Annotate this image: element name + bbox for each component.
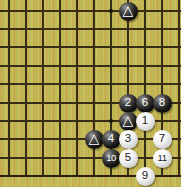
grid-vline bbox=[59, 0, 61, 177]
move-number: 4 bbox=[108, 133, 114, 145]
stone-white-11: 11 bbox=[153, 149, 172, 168]
grid-hline bbox=[0, 28, 181, 30]
grid-vline bbox=[76, 0, 78, 177]
move-number: 7 bbox=[159, 133, 165, 145]
stone-black-triangle: △ bbox=[85, 130, 104, 149]
move-number: 2 bbox=[125, 97, 131, 109]
triangle-mark-icon: △ bbox=[123, 113, 134, 127]
stone-black-8: 8 bbox=[153, 94, 172, 113]
grid-vline bbox=[144, 0, 146, 177]
star-point bbox=[109, 9, 113, 13]
stone-black-10: 10 bbox=[102, 149, 121, 168]
grid-hline bbox=[0, 46, 181, 48]
grid-vline bbox=[93, 0, 95, 177]
move-number: 8 bbox=[159, 97, 165, 109]
stone-white-5: 5 bbox=[119, 149, 138, 168]
grid-hline bbox=[0, 65, 181, 67]
grid-vline bbox=[25, 0, 27, 177]
grid-hline bbox=[0, 10, 181, 12]
triangle-mark-icon: △ bbox=[89, 131, 100, 145]
move-number: 10 bbox=[106, 153, 116, 163]
grid-vline bbox=[42, 0, 44, 177]
grid-vline bbox=[178, 0, 180, 177]
move-number: 1 bbox=[142, 115, 148, 127]
stone-black-4: 4 bbox=[102, 130, 121, 149]
move-number: 6 bbox=[142, 97, 148, 109]
stone-black-triangle: △ bbox=[119, 112, 138, 131]
stone-white-1: 1 bbox=[136, 112, 155, 131]
move-number: 9 bbox=[142, 170, 148, 182]
stone-white-9: 9 bbox=[136, 167, 155, 186]
grid-hline bbox=[0, 83, 181, 85]
star-point bbox=[109, 119, 113, 123]
go-board[interactable]: △268△1△437105119 bbox=[0, 0, 181, 187]
stone-black-triangle: △ bbox=[119, 2, 138, 21]
move-number: 5 bbox=[125, 152, 131, 164]
grid-vline bbox=[8, 0, 10, 177]
stone-white-7: 7 bbox=[153, 130, 172, 149]
triangle-mark-icon: △ bbox=[123, 3, 134, 17]
move-number: 3 bbox=[125, 133, 131, 145]
stone-black-2: 2 bbox=[119, 94, 138, 113]
stone-black-6: 6 bbox=[136, 94, 155, 113]
stone-white-3: 3 bbox=[119, 130, 138, 149]
move-number: 11 bbox=[158, 153, 167, 163]
